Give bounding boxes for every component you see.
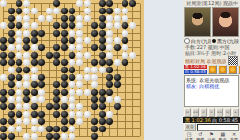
black-stone bbox=[31, 30, 38, 37]
black-stone bbox=[46, 52, 53, 59]
white-stone bbox=[69, 133, 76, 140]
black-stone bbox=[8, 118, 15, 125]
black-stone bbox=[46, 133, 53, 140]
black-stone bbox=[8, 30, 15, 37]
black-stone bbox=[61, 59, 68, 66]
white-stone bbox=[69, 96, 76, 103]
black-stone bbox=[8, 81, 15, 88]
white-stone bbox=[91, 67, 98, 74]
white-stone bbox=[61, 133, 68, 140]
black-stone bbox=[99, 44, 106, 51]
toolbar-label: 挂盘 bbox=[185, 138, 193, 140]
black-stone bbox=[91, 103, 98, 110]
black-stone bbox=[69, 8, 76, 15]
white-stone bbox=[69, 44, 76, 51]
white-stone bbox=[84, 74, 91, 81]
black-stone bbox=[8, 22, 15, 29]
white-stone bbox=[106, 96, 113, 103]
white-stone bbox=[69, 111, 76, 118]
black-stone bbox=[0, 59, 7, 66]
player-photos bbox=[183, 7, 240, 37]
black-stone bbox=[61, 22, 68, 29]
black-stone bbox=[8, 111, 15, 118]
white-stone bbox=[106, 52, 113, 59]
white-stone bbox=[23, 74, 30, 81]
black-stone bbox=[0, 52, 7, 59]
white-stone bbox=[84, 89, 91, 96]
white-stone bbox=[16, 44, 23, 51]
white-stone bbox=[23, 103, 30, 110]
white-stone bbox=[16, 103, 23, 110]
white-stone bbox=[8, 44, 15, 51]
black-stone bbox=[69, 67, 76, 74]
white-stone bbox=[129, 22, 136, 29]
white-stone bbox=[76, 44, 83, 51]
toolbar-label: 关闭 bbox=[230, 138, 238, 140]
white-stone bbox=[23, 15, 30, 22]
black-stone bbox=[99, 37, 106, 44]
black-stone bbox=[91, 44, 98, 51]
white-stone bbox=[31, 126, 38, 133]
black-stone bbox=[8, 89, 15, 96]
white-stone bbox=[8, 96, 15, 103]
white-stone bbox=[0, 0, 7, 7]
toolbar-label: 悔棋 bbox=[196, 138, 204, 140]
send-button[interactable]: 发言 bbox=[184, 123, 196, 131]
white-stone bbox=[76, 89, 83, 96]
white-stone bbox=[16, 81, 23, 88]
white-stone bbox=[76, 111, 83, 118]
black-stone bbox=[16, 67, 23, 74]
black-stone bbox=[38, 59, 45, 66]
black-stone bbox=[99, 52, 106, 59]
white-stone bbox=[76, 81, 83, 88]
white-stone bbox=[114, 22, 121, 29]
black-stone bbox=[99, 30, 106, 37]
white-stone bbox=[91, 81, 98, 88]
black-player-name: 黑方(九段) bbox=[212, 38, 239, 44]
black-stone bbox=[99, 59, 106, 66]
black-stone bbox=[31, 37, 38, 44]
white-stone bbox=[38, 15, 45, 22]
black-stone bbox=[69, 22, 76, 29]
black-stone bbox=[16, 0, 23, 7]
black-stone bbox=[31, 111, 38, 118]
white-stone bbox=[91, 74, 98, 81]
black-stone bbox=[31, 59, 38, 66]
toolbar-button[interactable]: ↺悔棋 bbox=[196, 132, 204, 140]
notice-row: 精彩对局 欢迎观战 bbox=[183, 56, 240, 65]
black-stone bbox=[8, 103, 15, 110]
white-stone bbox=[114, 96, 121, 103]
black-stone bbox=[0, 44, 7, 51]
emoticon-buttons bbox=[208, 65, 240, 74]
black-stone bbox=[61, 67, 68, 74]
black-stone bbox=[53, 0, 60, 7]
white-stone bbox=[122, 8, 129, 15]
black-stone bbox=[16, 59, 23, 66]
black-stone bbox=[114, 44, 121, 51]
white-stone bbox=[16, 118, 23, 125]
white-stone bbox=[76, 22, 83, 29]
black-player-label: 黑方(九段) bbox=[217, 38, 239, 44]
toolbar-label: 认输 bbox=[208, 138, 216, 140]
black-stone bbox=[61, 74, 68, 81]
app-window: 对局室(第12局) 观战中 白方(九段) 黑方(九段) 手数:227 规则:中国… bbox=[0, 0, 240, 140]
black-stone bbox=[99, 22, 106, 29]
black-stone bbox=[61, 37, 68, 44]
black-stone bbox=[69, 15, 76, 22]
black-player-photo bbox=[212, 7, 239, 37]
black-stone bbox=[106, 0, 113, 7]
qr-code-icon bbox=[228, 56, 238, 66]
black-stone bbox=[53, 89, 60, 96]
black-stone bbox=[0, 103, 7, 110]
white-stone bbox=[16, 52, 23, 59]
white-stone bbox=[114, 15, 121, 22]
toolbar-button[interactable]: ▦数子 bbox=[219, 132, 227, 140]
black-stone bbox=[61, 15, 68, 22]
white-player-name: 白方(九段) bbox=[184, 38, 211, 44]
black-stone bbox=[91, 89, 98, 96]
black-stone bbox=[38, 118, 45, 125]
black-stone bbox=[23, 89, 30, 96]
white-stone bbox=[84, 111, 91, 118]
white-stone bbox=[69, 89, 76, 96]
white-stone bbox=[122, 30, 129, 37]
black-stone bbox=[38, 44, 45, 51]
toolbar-button[interactable]: ✕关闭 bbox=[230, 132, 238, 140]
black-stone bbox=[61, 126, 68, 133]
black-stone bbox=[61, 8, 68, 15]
black-stone bbox=[53, 81, 60, 88]
nav-button[interactable]: > bbox=[208, 108, 215, 117]
white-stone bbox=[76, 30, 83, 37]
black-stone bbox=[114, 74, 121, 81]
white-stone bbox=[122, 15, 129, 22]
black-stone bbox=[46, 126, 53, 133]
white-stone bbox=[23, 59, 30, 66]
black-stone bbox=[99, 15, 106, 22]
nav-button[interactable]: >> bbox=[216, 108, 223, 117]
toolbar-label: 数子 bbox=[219, 138, 227, 140]
white-stone bbox=[8, 67, 15, 74]
black-stone bbox=[91, 126, 98, 133]
black-stone bbox=[38, 81, 45, 88]
smiley-emoticon-button[interactable] bbox=[228, 65, 237, 74]
move-navigation: |<<<<>>>>|+227 bbox=[183, 108, 240, 117]
nav-button[interactable]: >| bbox=[224, 108, 231, 117]
white-stone bbox=[38, 126, 45, 133]
black-stone bbox=[53, 96, 60, 103]
toolbar-button[interactable]: ◳挂盘 bbox=[185, 132, 193, 140]
white-stone bbox=[106, 22, 113, 29]
black-stone bbox=[31, 89, 38, 96]
black-stone bbox=[31, 103, 38, 110]
black-stone bbox=[122, 59, 129, 66]
black-stone bbox=[8, 37, 15, 44]
black-stone bbox=[106, 118, 113, 125]
black-stone bbox=[106, 89, 113, 96]
white-stone bbox=[76, 52, 83, 59]
white-stone bbox=[99, 67, 106, 74]
black-stone bbox=[61, 89, 68, 96]
white-stone bbox=[84, 52, 91, 59]
white-clock: 白 0:58:45 bbox=[212, 117, 238, 123]
black-stone bbox=[53, 52, 60, 59]
black-stone bbox=[31, 52, 38, 59]
time-bars: 黑 1:02:36 白 0:58:45 bbox=[184, 65, 207, 74]
white-stone bbox=[114, 8, 121, 15]
white-stone bbox=[23, 52, 30, 59]
white-player-label: 白方(九段) bbox=[191, 38, 211, 44]
white-stone bbox=[84, 67, 91, 74]
black-stone bbox=[23, 67, 30, 74]
black-stone bbox=[53, 44, 60, 51]
white-stone bbox=[76, 74, 83, 81]
notice-text: 精彩对局 欢迎观战 bbox=[185, 58, 226, 64]
smiley-emoticon-button[interactable] bbox=[208, 65, 217, 74]
white-stone bbox=[16, 126, 23, 133]
black-stone bbox=[122, 37, 129, 44]
black-stone bbox=[106, 67, 113, 74]
nav-button[interactable]: + bbox=[232, 108, 239, 117]
white-stone bbox=[23, 8, 30, 15]
black-stone-icon bbox=[212, 39, 216, 43]
smiley-emoticon-button[interactable] bbox=[218, 65, 227, 74]
black-stone bbox=[53, 30, 60, 37]
black-stone bbox=[106, 8, 113, 15]
white-player-photo bbox=[184, 7, 211, 37]
black-stone bbox=[61, 30, 68, 37]
white-stone bbox=[23, 30, 30, 37]
black-stone bbox=[69, 118, 76, 125]
black-stone bbox=[46, 103, 53, 110]
white-stone bbox=[106, 15, 113, 22]
black-stone bbox=[69, 52, 76, 59]
white-time-bar: 白 0:58:45 bbox=[184, 70, 207, 74]
white-stone bbox=[76, 37, 83, 44]
white-stone bbox=[76, 15, 83, 22]
black-stone bbox=[61, 103, 68, 110]
white-stone bbox=[84, 8, 91, 15]
white-stone bbox=[23, 22, 30, 29]
black-stone bbox=[8, 15, 15, 22]
grid-line-v bbox=[140, 4, 141, 137]
black-stone bbox=[106, 81, 113, 88]
white-stone bbox=[8, 126, 15, 133]
nav-button[interactable]: < bbox=[200, 108, 207, 117]
room-title: 对局室(第12局) 观战中 bbox=[183, 0, 240, 7]
black-stone bbox=[61, 111, 68, 118]
black-stone bbox=[0, 118, 7, 125]
white-stone bbox=[0, 22, 7, 29]
black-time-bar: 黑 1:02:36 bbox=[184, 65, 207, 69]
white-stone bbox=[61, 96, 68, 103]
black-stone bbox=[16, 8, 23, 15]
white-stone bbox=[46, 8, 53, 15]
black-stone bbox=[8, 52, 15, 59]
black-stone bbox=[61, 118, 68, 125]
white-stone bbox=[38, 89, 45, 96]
white-stone bbox=[114, 37, 121, 44]
black-stone bbox=[16, 22, 23, 29]
white-stone bbox=[31, 8, 38, 15]
white-stone-icon bbox=[184, 38, 190, 44]
white-stone bbox=[31, 118, 38, 125]
black-stone bbox=[99, 118, 106, 125]
black-stone bbox=[16, 74, 23, 81]
black-stone bbox=[61, 81, 68, 88]
white-stone bbox=[46, 15, 53, 22]
black-stone bbox=[53, 126, 60, 133]
chat-input[interactable] bbox=[197, 124, 239, 131]
timer-emoji-row: 黑 1:02:36 白 0:58:45 bbox=[183, 65, 240, 74]
white-stone bbox=[31, 22, 38, 29]
black-stone bbox=[99, 0, 106, 7]
white-stone bbox=[69, 30, 76, 37]
white-stone bbox=[31, 133, 38, 140]
white-stone bbox=[31, 67, 38, 74]
black-stone bbox=[23, 96, 30, 103]
player-names: 白方(九段) 黑方(九段) bbox=[183, 37, 240, 44]
black-stone bbox=[53, 133, 60, 140]
white-stone bbox=[16, 15, 23, 22]
white-stone bbox=[23, 0, 30, 7]
black-stone bbox=[53, 22, 60, 29]
white-stone bbox=[0, 74, 7, 81]
white-stone bbox=[31, 74, 38, 81]
black-stone bbox=[106, 74, 113, 81]
white-stone bbox=[69, 103, 76, 110]
black-stone bbox=[8, 59, 15, 66]
white-stone bbox=[129, 52, 136, 59]
black-stone bbox=[23, 37, 30, 44]
white-stone bbox=[23, 81, 30, 88]
white-stone bbox=[16, 37, 23, 44]
go-board[interactable] bbox=[0, 0, 144, 140]
white-stone bbox=[69, 81, 76, 88]
black-stone bbox=[31, 81, 38, 88]
black-stone bbox=[23, 44, 30, 51]
black-stone bbox=[129, 0, 136, 7]
white-stone bbox=[38, 96, 45, 103]
black-stone bbox=[91, 30, 98, 37]
black-stone bbox=[91, 118, 98, 125]
white-stone bbox=[106, 111, 113, 118]
white-stone bbox=[69, 126, 76, 133]
white-stone bbox=[16, 30, 23, 37]
black-stone bbox=[38, 30, 45, 37]
black-stone bbox=[38, 74, 45, 81]
white-stone bbox=[23, 111, 30, 118]
white-stone bbox=[84, 37, 91, 44]
chat-message: 棋友: 白棋稍优 bbox=[186, 83, 237, 89]
black-stone bbox=[91, 22, 98, 29]
black-stone bbox=[61, 44, 68, 51]
white-stone bbox=[69, 59, 76, 66]
black-stone bbox=[99, 89, 106, 96]
bottom-toolbar: ◳挂盘↺悔棋⚑认输▦数子✕关闭 bbox=[183, 131, 240, 140]
white-stone bbox=[23, 118, 30, 125]
white-stone bbox=[76, 103, 83, 110]
black-stone bbox=[8, 8, 15, 15]
white-stone bbox=[76, 0, 83, 7]
white-stone bbox=[31, 96, 38, 103]
white-stone bbox=[106, 37, 113, 44]
white-stone bbox=[16, 96, 23, 103]
white-stone bbox=[106, 30, 113, 37]
black-stone bbox=[99, 96, 106, 103]
white-stone bbox=[114, 59, 121, 66]
nav-button[interactable]: |< bbox=[184, 108, 191, 117]
white-stone bbox=[23, 133, 30, 140]
black-stone bbox=[91, 96, 98, 103]
black-stone bbox=[99, 126, 106, 133]
black-stone bbox=[53, 111, 60, 118]
black-stone bbox=[114, 81, 121, 88]
white-stone bbox=[106, 44, 113, 51]
nav-button[interactable]: << bbox=[192, 108, 199, 117]
white-stone bbox=[122, 52, 129, 59]
chat-panel[interactable]: 系统: 欢迎光临观战棋友: 白棋稍优 bbox=[184, 75, 239, 107]
white-stone bbox=[84, 15, 91, 22]
smiley-emoticon-button[interactable] bbox=[238, 65, 240, 74]
black-stone bbox=[8, 74, 15, 81]
black-stone bbox=[91, 59, 98, 66]
white-stone bbox=[16, 89, 23, 96]
black-stone bbox=[106, 59, 113, 66]
chat-input-row: 发言 bbox=[183, 123, 240, 131]
white-stone bbox=[122, 44, 129, 51]
black-stone bbox=[114, 103, 121, 110]
black-stone bbox=[53, 103, 60, 110]
black-stone bbox=[99, 103, 106, 110]
black-stone bbox=[99, 111, 106, 118]
toolbar-button[interactable]: ⚑认输 bbox=[208, 132, 216, 140]
black-stone bbox=[53, 59, 60, 66]
black-stone bbox=[122, 0, 129, 7]
white-stone bbox=[76, 118, 83, 125]
black-stone bbox=[8, 133, 15, 140]
black-stone bbox=[69, 37, 76, 44]
black-stone bbox=[99, 8, 106, 15]
white-stone bbox=[84, 0, 91, 7]
black-stone bbox=[0, 89, 7, 96]
black-stone bbox=[91, 133, 98, 140]
white-stone bbox=[53, 8, 60, 15]
white-stone bbox=[31, 44, 38, 51]
black-stone bbox=[16, 111, 23, 118]
sidebar: 对局室(第12局) 观战中 白方(九段) 黑方(九段) 手数:227 规则:中国… bbox=[183, 0, 240, 140]
black-stone bbox=[38, 111, 45, 118]
black-stone bbox=[0, 37, 7, 44]
black-stone bbox=[122, 22, 129, 29]
black-stone bbox=[0, 126, 7, 133]
black-stone bbox=[0, 133, 7, 140]
black-stone bbox=[69, 74, 76, 81]
white-stone bbox=[76, 59, 83, 66]
black-stone bbox=[0, 96, 7, 103]
